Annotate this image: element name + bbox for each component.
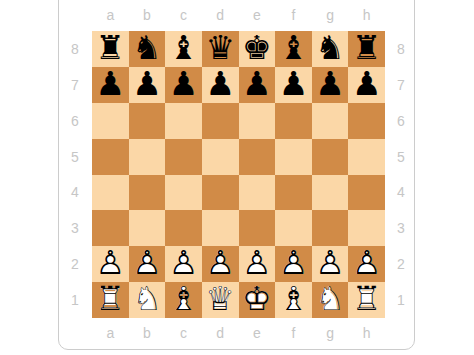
square-f8[interactable]: ♝: [275, 31, 312, 67]
rank-label-3: 3: [60, 210, 90, 246]
piece-black-knight[interactable]: ♞: [312, 31, 349, 67]
square-c3[interactable]: [165, 210, 202, 246]
square-b3[interactable]: [129, 210, 166, 246]
piece-black-bishop[interactable]: ♝: [165, 31, 202, 67]
square-b8[interactable]: ♞: [129, 31, 166, 67]
rank-label-2: 2: [386, 246, 416, 282]
piece-glyph: ♟: [169, 67, 199, 100]
file-label-c: c: [165, 323, 202, 343]
piece-black-rook[interactable]: ♜: [348, 31, 385, 67]
file-label-b: b: [129, 5, 166, 25]
square-a2[interactable]: ♟♙: [92, 246, 129, 282]
piece-white-pawn[interactable]: ♟♙: [129, 246, 166, 282]
piece-glyph: ♚: [242, 31, 272, 64]
piece-white-king[interactable]: ♚♔: [239, 282, 276, 318]
piece-glyph: ♟: [352, 67, 382, 100]
rank-label-4: 4: [386, 175, 416, 211]
square-a3[interactable]: [92, 210, 129, 246]
piece-white-pawn[interactable]: ♟♙: [239, 246, 276, 282]
square-b2[interactable]: ♟♙: [129, 246, 166, 282]
piece-glyph: ♞: [132, 31, 162, 64]
square-f6[interactable]: [275, 103, 312, 139]
square-g6[interactable]: [312, 103, 349, 139]
square-c7[interactable]: ♟: [165, 67, 202, 103]
piece-glyph: ♞: [315, 31, 345, 64]
piece-outline-layer: ♙: [132, 246, 162, 279]
square-a4[interactable]: [92, 175, 129, 211]
square-g4[interactable]: [312, 175, 349, 211]
piece-black-knight[interactable]: ♞: [129, 31, 166, 67]
square-c8[interactable]: ♝: [165, 31, 202, 67]
piece-outline-layer: ♗: [169, 282, 199, 315]
square-f3[interactable]: [275, 210, 312, 246]
piece-black-queen[interactable]: ♛: [202, 31, 239, 67]
square-h4[interactable]: [348, 175, 385, 211]
square-b6[interactable]: [129, 103, 166, 139]
piece-white-knight[interactable]: ♞♘: [312, 282, 349, 318]
piece-glyph: ♜: [96, 31, 126, 64]
rank-label-2: 2: [60, 246, 90, 282]
file-label-f: f: [275, 323, 312, 343]
square-a7[interactable]: ♟: [92, 67, 129, 103]
piece-outline-layer: ♖: [96, 282, 126, 315]
square-c6[interactable]: [165, 103, 202, 139]
piece-white-pawn[interactable]: ♟♙: [348, 246, 385, 282]
square-c2[interactable]: ♟♙: [165, 246, 202, 282]
square-e7[interactable]: ♟: [239, 67, 276, 103]
piece-black-pawn[interactable]: ♟: [202, 67, 239, 103]
piece-glyph: ♝: [169, 31, 199, 64]
file-label-a: a: [92, 323, 129, 343]
square-d2[interactable]: ♟♙: [202, 246, 239, 282]
square-b4[interactable]: [129, 175, 166, 211]
piece-white-bishop[interactable]: ♝♗: [275, 282, 312, 318]
square-f2[interactable]: ♟♙: [275, 246, 312, 282]
piece-white-pawn[interactable]: ♟♙: [92, 246, 129, 282]
square-g8[interactable]: ♞: [312, 31, 349, 67]
rank-label-6: 6: [60, 103, 90, 139]
square-h1[interactable]: ♜♖: [348, 282, 385, 318]
piece-glyph: ♟: [205, 67, 235, 100]
square-f4[interactable]: [275, 175, 312, 211]
piece-outline-layer: ♔: [242, 282, 272, 315]
square-h7[interactable]: ♟: [348, 67, 385, 103]
piece-glyph: ♛: [205, 31, 235, 64]
piece-outline-layer: ♙: [315, 246, 345, 279]
square-d1[interactable]: ♛♕: [202, 282, 239, 318]
file-label-e: e: [239, 323, 276, 343]
square-f1[interactable]: ♝♗: [275, 282, 312, 318]
piece-black-king[interactable]: ♚: [239, 31, 276, 67]
piece-outline-layer: ♙: [96, 246, 126, 279]
rank-label-1: 1: [386, 282, 416, 318]
square-e5[interactable]: [239, 139, 276, 175]
piece-glyph: ♟: [132, 67, 162, 100]
square-b1[interactable]: ♞♘: [129, 282, 166, 318]
square-h6[interactable]: [348, 103, 385, 139]
square-d7[interactable]: ♟: [202, 67, 239, 103]
rank-labels-right: 87654321: [386, 31, 416, 318]
piece-outline-layer: ♖: [352, 282, 382, 315]
piece-glyph: ♟: [279, 67, 309, 100]
square-g3[interactable]: [312, 210, 349, 246]
file-label-h: h: [348, 323, 385, 343]
square-e8[interactable]: ♚: [239, 31, 276, 67]
piece-black-bishop[interactable]: ♝: [275, 31, 312, 67]
piece-black-rook[interactable]: ♜: [92, 31, 129, 67]
piece-outline-layer: ♘: [315, 282, 345, 315]
rank-label-8: 8: [60, 31, 90, 67]
square-c4[interactable]: [165, 175, 202, 211]
square-e1[interactable]: ♚♔: [239, 282, 276, 318]
piece-white-pawn[interactable]: ♟♙: [165, 246, 202, 282]
rank-label-3: 3: [386, 210, 416, 246]
square-b7[interactable]: ♟: [129, 67, 166, 103]
rank-label-7: 7: [60, 67, 90, 103]
piece-white-pawn[interactable]: ♟♙: [202, 246, 239, 282]
square-a8[interactable]: ♜: [92, 31, 129, 67]
square-h2[interactable]: ♟♙: [348, 246, 385, 282]
square-d5[interactable]: [202, 139, 239, 175]
piece-glyph: ♝: [279, 31, 309, 64]
square-c5[interactable]: [165, 139, 202, 175]
piece-glyph: ♟: [96, 67, 126, 100]
rank-label-7: 7: [386, 67, 416, 103]
square-e2[interactable]: ♟♙: [239, 246, 276, 282]
file-label-f: f: [275, 5, 312, 25]
piece-black-pawn[interactable]: ♟: [312, 67, 349, 103]
piece-white-pawn[interactable]: ♟♙: [275, 246, 312, 282]
square-e6[interactable]: [239, 103, 276, 139]
file-label-g: g: [312, 5, 349, 25]
square-f7[interactable]: ♟: [275, 67, 312, 103]
piece-black-pawn[interactable]: ♟: [348, 67, 385, 103]
file-label-g: g: [312, 323, 349, 343]
app-background: abcdefgh 87654321 ♜♞♝♛♚♝♞♜♟♟♟♟♟♟♟♟♟♙♟♙♟♙…: [0, 0, 474, 355]
piece-black-pawn[interactable]: ♟: [239, 67, 276, 103]
rank-label-4: 4: [60, 175, 90, 211]
square-h8[interactable]: ♜: [348, 31, 385, 67]
file-label-d: d: [202, 5, 239, 25]
piece-black-pawn[interactable]: ♟: [92, 67, 129, 103]
square-g5[interactable]: [312, 139, 349, 175]
square-d4[interactable]: [202, 175, 239, 211]
rank-label-5: 5: [386, 139, 416, 175]
piece-outline-layer: ♙: [169, 246, 199, 279]
rank-labels-left: 87654321: [60, 31, 90, 318]
rank-label-8: 8: [386, 31, 416, 67]
piece-outline-layer: ♙: [352, 246, 382, 279]
rank-label-5: 5: [60, 139, 90, 175]
piece-black-pawn[interactable]: ♟: [275, 67, 312, 103]
square-c1[interactable]: ♝♗: [165, 282, 202, 318]
piece-outline-layer: ♙: [279, 246, 309, 279]
piece-outline-layer: ♙: [242, 246, 272, 279]
piece-white-queen[interactable]: ♛♕: [202, 282, 239, 318]
square-d8[interactable]: ♛: [202, 31, 239, 67]
piece-black-pawn[interactable]: ♟: [165, 67, 202, 103]
square-g7[interactable]: ♟: [312, 67, 349, 103]
chess-board[interactable]: ♜♞♝♛♚♝♞♜♟♟♟♟♟♟♟♟♟♙♟♙♟♙♟♙♟♙♟♙♟♙♟♙♜♖♞♘♝♗♛♕…: [92, 31, 385, 318]
piece-white-bishop[interactable]: ♝♗: [165, 282, 202, 318]
square-e3[interactable]: [239, 210, 276, 246]
square-b5[interactable]: [129, 139, 166, 175]
piece-glyph: ♟: [315, 67, 345, 100]
piece-white-rook[interactable]: ♜♖: [92, 282, 129, 318]
square-g1[interactable]: ♞♘: [312, 282, 349, 318]
square-a1[interactable]: ♜♖: [92, 282, 129, 318]
piece-outline-layer: ♙: [205, 246, 235, 279]
file-labels-top: abcdefgh: [92, 5, 385, 25]
file-labels-bottom: abcdefgh: [92, 323, 385, 343]
piece-outline-layer: ♕: [205, 282, 235, 315]
square-d3[interactable]: [202, 210, 239, 246]
piece-white-rook[interactable]: ♜♖: [348, 282, 385, 318]
square-a5[interactable]: [92, 139, 129, 175]
square-g2[interactable]: ♟♙: [312, 246, 349, 282]
square-h3[interactable]: [348, 210, 385, 246]
rank-label-6: 6: [386, 103, 416, 139]
square-e4[interactable]: [239, 175, 276, 211]
piece-outline-layer: ♗: [279, 282, 309, 315]
square-a6[interactable]: [92, 103, 129, 139]
square-d6[interactable]: [202, 103, 239, 139]
piece-glyph: ♜: [352, 31, 382, 64]
square-h5[interactable]: [348, 139, 385, 175]
file-label-c: c: [165, 5, 202, 25]
piece-white-pawn[interactable]: ♟♙: [312, 246, 349, 282]
file-label-h: h: [348, 5, 385, 25]
file-label-d: d: [202, 323, 239, 343]
piece-outline-layer: ♘: [132, 282, 162, 315]
file-label-a: a: [92, 5, 129, 25]
piece-white-knight[interactable]: ♞♘: [129, 282, 166, 318]
rank-label-1: 1: [60, 282, 90, 318]
file-label-e: e: [239, 5, 276, 25]
piece-glyph: ♟: [242, 67, 272, 100]
square-f5[interactable]: [275, 139, 312, 175]
piece-black-pawn[interactable]: ♟: [129, 67, 166, 103]
file-label-b: b: [129, 323, 166, 343]
